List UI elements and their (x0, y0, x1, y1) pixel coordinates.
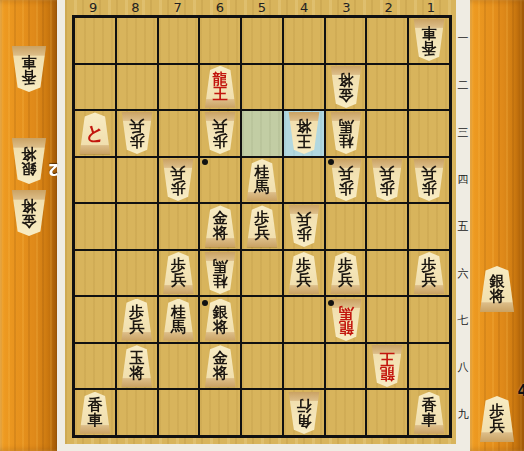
piece-kanji: 兵 (338, 165, 353, 180)
rank-label-3: 三 (456, 109, 470, 156)
square-74[interactable]: 歩兵 (159, 158, 199, 203)
board-grid: 香車龍王金将と歩兵歩兵王将桂馬歩兵桂馬歩兵歩兵歩兵金将歩兵歩兵歩兵桂馬歩兵歩兵歩… (72, 15, 452, 438)
square-15[interactable] (409, 204, 449, 249)
piece-kanji: 車 (21, 54, 36, 69)
piece-kanji: 馬 (338, 118, 353, 133)
piece-sente-lance[interactable]: 香車 (78, 392, 112, 434)
rank-label-5: 五 (456, 203, 470, 250)
piece-kanji: 歩 (422, 180, 437, 195)
piece-kanji: 歩 (296, 226, 311, 241)
piece-gote-pawn[interactable]: 歩兵 (203, 112, 237, 154)
gote-captured-tray: 香車銀将2金将 (0, 0, 57, 451)
piece-kanji: 将 (213, 366, 228, 381)
piece-gote-king[interactable]: 王将 (287, 112, 321, 154)
square-98[interactable] (75, 344, 115, 389)
square-27[interactable] (367, 297, 407, 342)
square-28[interactable]: 龍王 (367, 344, 407, 389)
square-72[interactable] (159, 65, 199, 110)
piece-kanji: 兵 (338, 273, 353, 288)
square-69[interactable] (200, 390, 240, 435)
piece-gote-pawn[interactable]: 歩兵 (329, 159, 363, 201)
piece-kanji: 金 (338, 87, 353, 102)
piece-kanji: 兵 (171, 273, 186, 288)
square-95[interactable] (75, 204, 115, 249)
piece-kanji: 桂 (338, 133, 353, 148)
square-87[interactable]: 歩兵 (117, 297, 157, 342)
square-97[interactable] (75, 297, 115, 342)
piece-gote-pawn[interactable]: 歩兵 (370, 159, 404, 201)
piece-kanji: 兵 (254, 226, 269, 241)
star-point (202, 159, 208, 165)
piece-kanji: 龍 (380, 366, 395, 381)
square-83[interactable]: 歩兵 (117, 111, 157, 156)
square-12[interactable] (409, 65, 449, 110)
file-label-7: 7 (156, 0, 198, 15)
gote-hand-silver-count: 2 (48, 160, 58, 178)
piece-kanji: 香 (21, 69, 36, 84)
rank-label-7: 七 (456, 297, 470, 344)
piece-kanji: 兵 (171, 165, 186, 180)
piece-kanji: 将 (21, 146, 36, 161)
piece-sente-gold[interactable]: 金将 (203, 205, 237, 247)
file-labels: 987654321 (72, 0, 452, 15)
piece-kanji: 歩 (380, 180, 395, 195)
piece-kanji: と (85, 124, 104, 143)
piece-sente-pawn[interactable]: 歩兵 (161, 252, 195, 294)
piece-kanji: 将 (338, 72, 353, 87)
piece-kanji: 車 (87, 413, 102, 428)
piece-kanji: 王 (380, 351, 395, 366)
file-label-1: 1 (410, 0, 452, 15)
piece-kanji: 車 (422, 413, 437, 428)
shogi-app: 香車銀将2金将 987654321 香車龍王金将と歩兵歩兵王将桂馬歩兵桂馬歩兵歩… (0, 0, 524, 451)
piece-kanji: 馬 (171, 320, 186, 335)
square-11[interactable]: 香車 (409, 18, 449, 63)
file-label-3: 3 (325, 0, 367, 15)
square-88[interactable]: 玉将 (117, 344, 157, 389)
piece-kanji: 王 (213, 87, 228, 102)
file-label-5: 5 (241, 0, 283, 15)
piece-kanji: 桂 (213, 273, 228, 288)
piece-kanji: 歩 (171, 180, 186, 195)
piece-kanji: 将 (21, 198, 36, 213)
square-44[interactable] (284, 158, 324, 203)
piece-kanji: 馬 (254, 180, 269, 195)
square-36[interactable]: 歩兵 (326, 251, 366, 296)
square-49[interactable]: 角行 (284, 390, 324, 435)
square-35[interactable] (326, 204, 366, 249)
square-75[interactable] (159, 204, 199, 249)
piece-kanji: 兵 (129, 118, 144, 133)
piece-kanji: 歩 (338, 180, 353, 195)
square-52[interactable] (242, 65, 282, 110)
square-91[interactable] (75, 18, 115, 63)
piece-sente-tokin[interactable]: と (78, 112, 112, 154)
square-65[interactable]: 金将 (200, 204, 240, 249)
square-13[interactable] (409, 111, 449, 156)
piece-gote-horse[interactable]: 龍馬 (329, 299, 363, 341)
square-17[interactable] (409, 297, 449, 342)
piece-kanji: 金 (21, 213, 36, 228)
rank-label-1: 一 (456, 15, 470, 62)
square-53[interactable] (242, 111, 282, 156)
square-58[interactable] (242, 344, 282, 389)
piece-gote-knight[interactable]: 桂馬 (203, 252, 237, 294)
sente-hand-pawn-count: 4 (518, 382, 524, 400)
piece-gote-pawn[interactable]: 歩兵 (287, 205, 321, 247)
piece-kanji: 将 (213, 226, 228, 241)
sente-captured-tray: 銀将歩兵4 (470, 0, 524, 451)
file-label-4: 4 (283, 0, 325, 15)
piece-kanji: 銀 (21, 161, 36, 176)
square-18[interactable] (409, 344, 449, 389)
square-54[interactable]: 桂馬 (242, 158, 282, 203)
piece-kanji: 歩 (129, 133, 144, 148)
square-92[interactable] (75, 65, 115, 110)
piece-gote-dragon[interactable]: 龍王 (370, 345, 404, 387)
gote-hand-silver[interactable]: 銀将2 (10, 138, 48, 184)
square-73[interactable] (159, 111, 199, 156)
piece-sente-pawn[interactable]: 歩兵 (329, 252, 363, 294)
square-29[interactable] (367, 390, 407, 435)
piece-sente-lance[interactable]: 香車 (412, 392, 446, 434)
square-23[interactable] (367, 111, 407, 156)
piece-kanji: 兵 (296, 211, 311, 226)
piece-kanji: 兵 (213, 118, 228, 133)
square-47[interactable] (284, 297, 324, 342)
piece-gote-lance[interactable]: 香車 (412, 19, 446, 61)
sente-hand-silver[interactable]: 銀将 (478, 266, 516, 312)
file-label-8: 8 (114, 0, 156, 15)
square-81[interactable] (117, 18, 157, 63)
square-85[interactable] (117, 204, 157, 249)
piece-gote-pawn[interactable]: 歩兵 (161, 159, 195, 201)
piece-kanji: 馬 (338, 305, 353, 320)
square-96[interactable] (75, 251, 115, 296)
piece-gote-hand-silver[interactable]: 銀将 (10, 138, 48, 184)
piece-gote-hand-lance[interactable]: 香車 (10, 46, 48, 92)
square-62[interactable]: 龍王 (200, 65, 240, 110)
square-45[interactable]: 歩兵 (284, 204, 324, 249)
sente-hand-pawn[interactable]: 歩兵4 (478, 396, 516, 442)
square-78[interactable] (159, 344, 199, 389)
square-24[interactable]: 歩兵 (367, 158, 407, 203)
piece-sente-knight[interactable]: 桂馬 (161, 299, 195, 341)
square-56[interactable] (242, 251, 282, 296)
piece-kanji: 香 (422, 40, 437, 55)
square-25[interactable] (367, 204, 407, 249)
square-86[interactable] (117, 251, 157, 296)
piece-kanji: 兵 (490, 419, 505, 434)
star-point (328, 300, 334, 306)
gote-hand-gold[interactable]: 金将 (10, 190, 48, 236)
square-68[interactable]: 金将 (200, 344, 240, 389)
square-93[interactable]: と (75, 111, 115, 156)
piece-sente-knight[interactable]: 桂馬 (245, 159, 279, 201)
piece-sente-dragon[interactable]: 龍王 (203, 66, 237, 108)
rank-label-2: 二 (456, 62, 470, 109)
square-26[interactable] (367, 251, 407, 296)
square-55[interactable]: 歩兵 (242, 204, 282, 249)
square-63[interactable]: 歩兵 (200, 111, 240, 156)
square-14[interactable]: 歩兵 (409, 158, 449, 203)
square-46[interactable]: 歩兵 (284, 251, 324, 296)
star-point (202, 300, 208, 306)
square-51[interactable] (242, 18, 282, 63)
piece-kanji: 将 (129, 366, 144, 381)
gote-hand-lance[interactable]: 香車 (10, 46, 48, 92)
file-label-2: 2 (368, 0, 410, 15)
square-82[interactable] (117, 65, 157, 110)
piece-kanji: 王 (296, 133, 311, 148)
piece-kanji: 将 (296, 118, 311, 133)
square-71[interactable] (159, 18, 199, 63)
piece-sente-king[interactable]: 玉将 (120, 345, 154, 387)
piece-kanji: 兵 (422, 165, 437, 180)
piece-kanji: 兵 (380, 165, 395, 180)
piece-sente-pawn[interactable]: 歩兵 (245, 205, 279, 247)
piece-sente-pawn[interactable]: 歩兵 (287, 252, 321, 294)
piece-gote-bishop[interactable]: 角行 (287, 392, 321, 434)
piece-sente-gold[interactable]: 金将 (203, 345, 237, 387)
piece-kanji: 将 (490, 289, 505, 304)
piece-sente-hand-silver[interactable]: 銀将 (478, 266, 516, 312)
square-39[interactable] (326, 390, 366, 435)
rank-label-8: 八 (456, 344, 470, 391)
piece-kanji: 行 (296, 398, 311, 413)
square-66[interactable]: 桂馬 (200, 251, 240, 296)
star-point (328, 159, 334, 165)
square-41[interactable] (284, 18, 324, 63)
piece-sente-pawn[interactable]: 歩兵 (412, 252, 446, 294)
square-38[interactable] (326, 344, 366, 389)
square-59[interactable] (242, 390, 282, 435)
rank-label-9: 九 (456, 391, 470, 438)
square-84[interactable] (117, 158, 157, 203)
square-94[interactable] (75, 158, 115, 203)
square-76[interactable]: 歩兵 (159, 251, 199, 296)
square-57[interactable] (242, 297, 282, 342)
piece-sente-pawn[interactable]: 歩兵 (120, 299, 154, 341)
square-19[interactable]: 香車 (409, 390, 449, 435)
piece-kanji: 兵 (129, 320, 144, 335)
piece-gote-pawn[interactable]: 歩兵 (120, 112, 154, 154)
square-48[interactable] (284, 344, 324, 389)
square-32[interactable]: 金将 (326, 65, 366, 110)
square-21[interactable] (367, 18, 407, 63)
square-43[interactable]: 王将 (284, 111, 324, 156)
piece-kanji: 歩 (213, 133, 228, 148)
square-99[interactable]: 香車 (75, 390, 115, 435)
piece-gote-pawn[interactable]: 歩兵 (412, 159, 446, 201)
square-61[interactable] (200, 18, 240, 63)
piece-gote-gold[interactable]: 金将 (329, 66, 363, 108)
piece-kanji: 将 (213, 320, 228, 335)
file-label-6: 6 (199, 0, 241, 15)
square-42[interactable] (284, 65, 324, 110)
piece-kanji: 兵 (296, 273, 311, 288)
rank-labels: 一二三四五六七八九 (456, 15, 470, 438)
piece-sente-silver[interactable]: 銀将 (203, 299, 237, 341)
square-79[interactable] (159, 390, 199, 435)
square-89[interactable] (117, 390, 157, 435)
piece-kanji: 車 (422, 25, 437, 40)
square-33[interactable]: 桂馬 (326, 111, 366, 156)
piece-sente-hand-pawn[interactable]: 歩兵 (478, 396, 516, 442)
square-77[interactable]: 桂馬 (159, 297, 199, 342)
rank-label-6: 六 (456, 250, 470, 297)
piece-kanji: 馬 (213, 258, 228, 273)
piece-kanji: 兵 (422, 273, 437, 288)
rank-label-4: 四 (456, 156, 470, 203)
square-22[interactable] (367, 65, 407, 110)
piece-gote-hand-gold[interactable]: 金将 (10, 190, 48, 236)
square-31[interactable] (326, 18, 366, 63)
piece-gote-knight[interactable]: 桂馬 (329, 112, 363, 154)
square-16[interactable]: 歩兵 (409, 251, 449, 296)
file-label-9: 9 (72, 0, 114, 15)
